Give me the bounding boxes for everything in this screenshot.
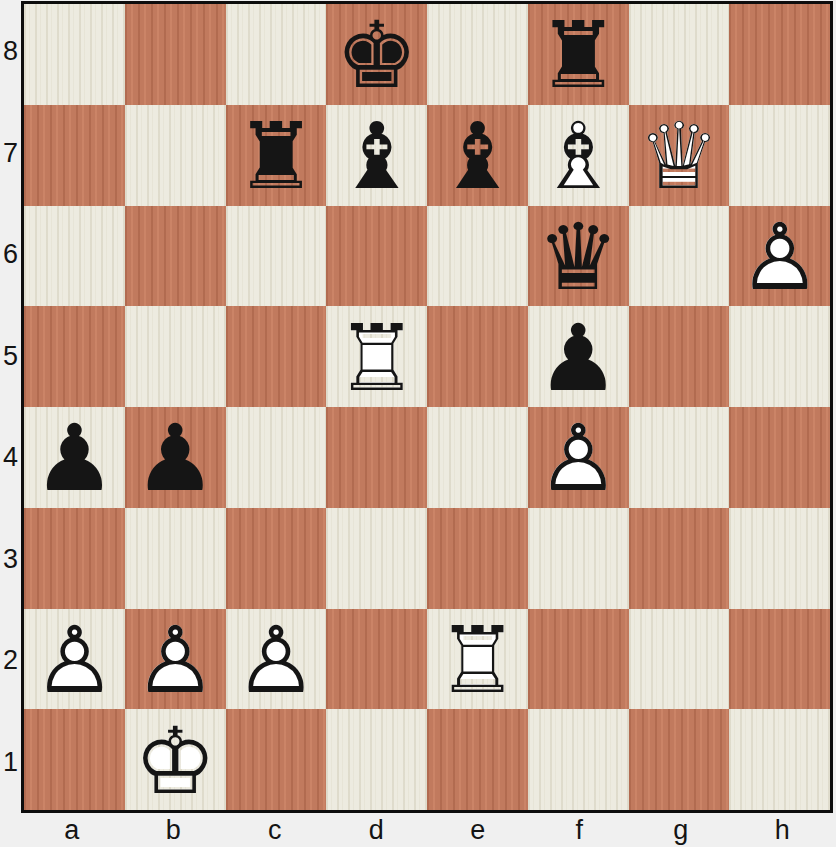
square-e8[interactable]	[427, 4, 528, 105]
piece-white-bishop[interactable]: ♝♗	[537, 107, 619, 207]
square-g3[interactable]	[629, 508, 730, 609]
square-a8[interactable]	[24, 4, 125, 105]
rank-label-1: 1	[0, 712, 21, 814]
piece-white-rook-outline: ♖	[436, 611, 518, 711]
square-e6[interactable]	[427, 206, 528, 307]
square-a7[interactable]	[24, 105, 125, 206]
piece-black-pawn[interactable]: ♟	[134, 409, 216, 509]
square-h3[interactable]	[729, 508, 830, 609]
piece-white-pawn[interactable]: ♟♙	[33, 611, 115, 711]
square-g1[interactable]	[629, 709, 730, 810]
piece-white-bishop-outline: ♗	[537, 107, 619, 207]
square-c6[interactable]	[226, 206, 327, 307]
square-b2[interactable]: ♟♙	[125, 609, 226, 710]
piece-white-queen[interactable]: ♛♕	[638, 107, 720, 207]
piece-black-rook[interactable]: ♜	[235, 107, 317, 207]
square-c5[interactable]	[226, 306, 327, 407]
chess-board-screenshot: 8 7 6 5 4 3 2 1 ♚♜♜♝♝♝♗♛♕♛♟♙♜♖♟♟♟♟♙♟♙♟♙♟…	[0, 0, 836, 847]
square-h8[interactable]	[729, 4, 830, 105]
piece-black-pawn[interactable]: ♟	[33, 409, 115, 509]
square-f5[interactable]: ♟	[528, 306, 629, 407]
square-h1[interactable]	[729, 709, 830, 810]
square-f8[interactable]: ♜	[528, 4, 629, 105]
square-c1[interactable]	[226, 709, 327, 810]
piece-white-pawn-outline: ♙	[738, 208, 820, 308]
square-b3[interactable]	[125, 508, 226, 609]
square-a5[interactable]	[24, 306, 125, 407]
file-label-g: g	[630, 814, 732, 847]
rank-label-2: 2	[0, 610, 21, 712]
square-h6[interactable]: ♟♙	[729, 206, 830, 307]
file-label-h: h	[732, 814, 834, 847]
piece-white-queen-outline: ♕	[638, 107, 720, 207]
square-b6[interactable]	[125, 206, 226, 307]
square-f6[interactable]: ♛	[528, 206, 629, 307]
file-label-a: a	[21, 814, 123, 847]
square-d3[interactable]	[326, 508, 427, 609]
square-b7[interactable]	[125, 105, 226, 206]
rank-label-5: 5	[0, 306, 21, 408]
square-e4[interactable]	[427, 407, 528, 508]
piece-white-pawn-outline: ♙	[134, 611, 216, 711]
square-d6[interactable]	[326, 206, 427, 307]
piece-white-pawn-outline: ♙	[537, 409, 619, 509]
rank-labels: 8 7 6 5 4 3 2 1	[0, 1, 21, 813]
square-a3[interactable]	[24, 508, 125, 609]
piece-black-rook[interactable]: ♜	[537, 6, 619, 106]
rank-label-8: 8	[0, 1, 21, 103]
piece-black-king[interactable]: ♚	[335, 6, 417, 106]
piece-black-queen[interactable]: ♛	[537, 208, 619, 308]
square-h4[interactable]	[729, 407, 830, 508]
file-labels: a b c d e f g h	[21, 814, 833, 847]
square-d5[interactable]: ♜♖	[326, 306, 427, 407]
square-d7[interactable]: ♝	[326, 105, 427, 206]
piece-white-rook[interactable]: ♜♖	[335, 309, 417, 409]
rank-label-3: 3	[0, 509, 21, 611]
piece-white-pawn[interactable]: ♟♙	[134, 611, 216, 711]
square-e5[interactable]	[427, 306, 528, 407]
file-label-b: b	[123, 814, 225, 847]
square-g4[interactable]	[629, 407, 730, 508]
piece-white-pawn[interactable]: ♟♙	[235, 611, 317, 711]
square-e2[interactable]: ♜♖	[427, 609, 528, 710]
square-a6[interactable]	[24, 206, 125, 307]
square-f7[interactable]: ♝♗	[528, 105, 629, 206]
square-g5[interactable]	[629, 306, 730, 407]
piece-white-rook[interactable]: ♜♖	[436, 611, 518, 711]
square-f4[interactable]: ♟♙	[528, 407, 629, 508]
piece-white-pawn-outline: ♙	[235, 611, 317, 711]
square-b8[interactable]	[125, 4, 226, 105]
rank-label-6: 6	[0, 204, 21, 306]
square-c4[interactable]	[226, 407, 327, 508]
rank-label-4: 4	[0, 407, 21, 509]
square-e7[interactable]: ♝	[427, 105, 528, 206]
square-c3[interactable]	[226, 508, 327, 609]
square-e1[interactable]	[427, 709, 528, 810]
piece-white-rook-outline: ♖	[335, 309, 417, 409]
square-h7[interactable]	[729, 105, 830, 206]
square-b5[interactable]	[125, 306, 226, 407]
square-c8[interactable]	[226, 4, 327, 105]
square-d2[interactable]	[326, 609, 427, 710]
square-c7[interactable]: ♜	[226, 105, 327, 206]
square-g6[interactable]	[629, 206, 730, 307]
square-g2[interactable]	[629, 609, 730, 710]
square-g8[interactable]	[629, 4, 730, 105]
square-b4[interactable]: ♟	[125, 407, 226, 508]
square-h5[interactable]	[729, 306, 830, 407]
square-g7[interactable]: ♛♕	[629, 105, 730, 206]
rank-label-7: 7	[0, 103, 21, 205]
square-e3[interactable]	[427, 508, 528, 609]
square-d8[interactable]: ♚	[326, 4, 427, 105]
square-d1[interactable]	[326, 709, 427, 810]
file-label-e: e	[427, 814, 529, 847]
piece-white-king-outline: ♔	[134, 712, 216, 812]
piece-white-pawn[interactable]: ♟♙	[738, 208, 820, 308]
square-b1[interactable]: ♚♔	[125, 709, 226, 810]
piece-black-bishop[interactable]: ♝	[335, 107, 417, 207]
piece-black-bishop[interactable]: ♝	[436, 107, 518, 207]
piece-white-pawn-outline: ♙	[33, 611, 115, 711]
file-label-d: d	[326, 814, 428, 847]
square-f3[interactable]	[528, 508, 629, 609]
square-d4[interactable]	[326, 407, 427, 508]
board-grid: ♚♜♜♝♝♝♗♛♕♛♟♙♜♖♟♟♟♟♙♟♙♟♙♟♙♜♖♚♔	[24, 4, 830, 810]
file-label-c: c	[224, 814, 326, 847]
square-a4[interactable]: ♟	[24, 407, 125, 508]
piece-white-pawn[interactable]: ♟♙	[537, 409, 619, 509]
file-label-f: f	[529, 814, 631, 847]
square-c2[interactable]: ♟♙	[226, 609, 327, 710]
square-a1[interactable]	[24, 709, 125, 810]
square-h2[interactable]	[729, 609, 830, 710]
square-f2[interactable]	[528, 609, 629, 710]
piece-white-king[interactable]: ♚♔	[134, 712, 216, 812]
square-a2[interactable]: ♟♙	[24, 609, 125, 710]
square-f1[interactable]	[528, 709, 629, 810]
piece-black-pawn[interactable]: ♟	[537, 309, 619, 409]
chess-board: ♚♜♜♝♝♝♗♛♕♛♟♙♜♖♟♟♟♟♙♟♙♟♙♟♙♜♖♚♔	[21, 1, 833, 813]
